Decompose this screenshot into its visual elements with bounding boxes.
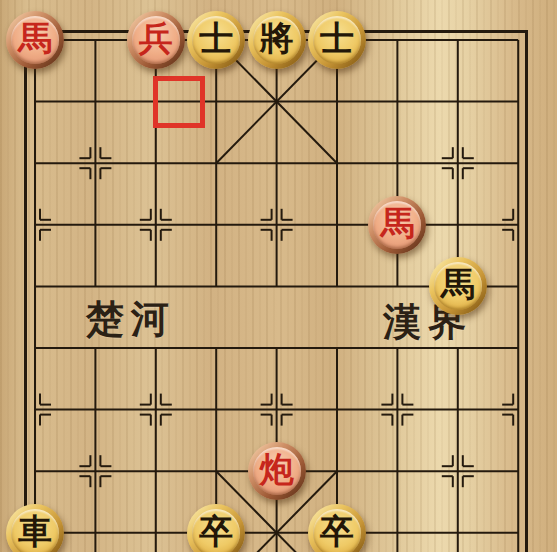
piece-glyph: 將 bbox=[260, 22, 294, 56]
piece-red-soldier[interactable]: 兵 bbox=[127, 11, 185, 69]
piece-red-cannon[interactable]: 炮 bbox=[248, 442, 306, 500]
piece-face: 馬 bbox=[434, 262, 482, 310]
piece-glyph: 馬 bbox=[18, 22, 52, 56]
piece-red-horse[interactable]: 馬 bbox=[6, 11, 64, 69]
piece-face: 車 bbox=[11, 509, 59, 552]
piece-glyph: 卒 bbox=[199, 515, 233, 549]
last-move-marker bbox=[153, 76, 205, 128]
piece-face: 馬 bbox=[11, 16, 59, 64]
xiangqi-board: 楚河 漢界 馬 兵 士 將 士 馬 馬 炮 bbox=[0, 0, 557, 552]
piece-glyph: 車 bbox=[18, 515, 52, 549]
piece-black-advisor-right[interactable]: 士 bbox=[308, 11, 366, 69]
piece-face: 士 bbox=[192, 16, 240, 64]
piece-face: 兵 bbox=[132, 16, 180, 64]
piece-face: 卒 bbox=[313, 509, 361, 552]
piece-black-advisor-left[interactable]: 士 bbox=[187, 11, 245, 69]
piece-face: 將 bbox=[253, 16, 301, 64]
piece-black-horse[interactable]: 馬 bbox=[429, 257, 487, 315]
river-label-chu-he: 楚河 bbox=[86, 294, 176, 345]
piece-glyph: 馬 bbox=[441, 268, 475, 302]
piece-red-horse-2[interactable]: 馬 bbox=[368, 196, 426, 254]
piece-glyph: 士 bbox=[320, 22, 354, 56]
piece-glyph: 馬 bbox=[380, 207, 414, 241]
piece-black-general[interactable]: 將 bbox=[248, 11, 306, 69]
piece-glyph: 士 bbox=[199, 22, 233, 56]
piece-face: 炮 bbox=[253, 447, 301, 495]
piece-face: 士 bbox=[313, 16, 361, 64]
piece-glyph: 炮 bbox=[260, 453, 294, 487]
piece-glyph: 兵 bbox=[139, 22, 173, 56]
piece-face: 馬 bbox=[373, 201, 421, 249]
piece-glyph: 卒 bbox=[320, 515, 354, 549]
piece-face: 卒 bbox=[192, 509, 240, 552]
